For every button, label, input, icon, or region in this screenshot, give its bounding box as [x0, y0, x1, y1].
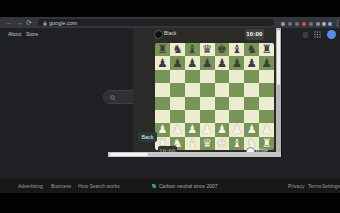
piece-black-pawn[interactable]: ♟	[261, 57, 271, 70]
settings-link[interactable]: Settings	[322, 183, 340, 189]
square-e4[interactable]	[215, 97, 230, 110]
square-b4[interactable]	[170, 97, 185, 110]
piece-black-knight[interactable]: ♞	[247, 43, 257, 56]
square-c5[interactable]	[185, 83, 200, 96]
square-f4[interactable]	[229, 97, 244, 110]
square-g2[interactable]: ♟	[244, 123, 259, 136]
square-b8[interactable]: ♞	[170, 43, 185, 56]
extensions-puzzle-icon[interactable]	[309, 22, 313, 26]
square-b3[interactable]	[170, 110, 185, 123]
bookmarks-icon[interactable]	[316, 22, 320, 26]
piece-white-pawn[interactable]: ♟	[217, 123, 227, 136]
square-h6[interactable]	[259, 70, 274, 83]
black-player-name: Black	[164, 30, 176, 37]
square-d3[interactable]	[200, 110, 215, 123]
piece-white-pawn[interactable]: ♟	[232, 123, 242, 136]
square-a5[interactable]	[155, 83, 170, 96]
profile-icon[interactable]	[322, 22, 326, 26]
square-e5[interactable]	[215, 83, 230, 96]
square-g3[interactable]	[244, 110, 259, 123]
piece-black-pawn[interactable]: ♟	[187, 57, 197, 70]
terms-link[interactable]: Terms	[308, 183, 322, 189]
piece-black-queen[interactable]: ♛	[202, 43, 212, 56]
square-h3[interactable]	[259, 110, 274, 123]
forward-icon[interactable]: →	[16, 17, 23, 28]
square-d6[interactable]	[200, 70, 215, 83]
vertical-scrollbar[interactable]	[276, 28, 281, 152]
cast-icon[interactable]	[295, 22, 299, 26]
account-avatar[interactable]	[327, 30, 336, 39]
piece-black-pawn[interactable]: ♟	[157, 57, 167, 70]
square-a7[interactable]: ♟	[155, 56, 170, 69]
piece-black-knight[interactable]: ♞	[172, 43, 182, 56]
square-d4[interactable]	[200, 97, 215, 110]
piece-black-bishop[interactable]: ♝	[232, 43, 242, 56]
square-c2[interactable]: ♟	[185, 123, 200, 136]
leaf-icon	[152, 184, 156, 188]
piece-white-king[interactable]: ♚	[217, 137, 227, 150]
piece-black-pawn[interactable]: ♟	[202, 57, 212, 70]
square-d7[interactable]: ♟	[200, 56, 215, 69]
reload-icon[interactable]: ⟳	[26, 17, 32, 28]
sync-status-icon[interactable]	[328, 22, 332, 26]
square-d1[interactable]: ♛	[200, 137, 215, 150]
piece-white-pawn[interactable]: ♟	[261, 123, 271, 136]
page-footer: Advertising Business How Search works Ca…	[0, 178, 340, 193]
square-f2[interactable]: ♟	[229, 123, 244, 136]
square-e7[interactable]: ♟	[215, 56, 230, 69]
apps-grid-icon[interactable]	[314, 31, 321, 38]
piece-white-pawn[interactable]: ♟	[187, 123, 197, 136]
square-h2[interactable]: ♟	[259, 123, 274, 136]
square-e1[interactable]: ♚	[215, 137, 230, 150]
piece-white-bishop[interactable]: ♝	[187, 137, 197, 150]
square-e8[interactable]: ♚	[215, 43, 230, 56]
square-f3[interactable]	[229, 110, 244, 123]
square-g5[interactable]	[244, 83, 259, 96]
piece-white-pawn[interactable]: ♟	[202, 123, 212, 136]
square-a8[interactable]: ♜	[155, 43, 170, 56]
menu-icon[interactable]: ⋮	[334, 17, 340, 28]
square-b2[interactable]: ♟	[170, 123, 185, 136]
piece-black-rook[interactable]: ♜	[261, 43, 271, 56]
square-c6[interactable]	[185, 70, 200, 83]
piece-white-pawn[interactable]: ♟	[157, 123, 167, 136]
square-d5[interactable]	[200, 83, 215, 96]
letterbox-top	[0, 0, 340, 17]
business-link[interactable]: Business	[51, 183, 71, 189]
square-g4[interactable]	[244, 97, 259, 110]
square-f8[interactable]: ♝	[229, 43, 244, 56]
square-d8[interactable]: ♛	[200, 43, 215, 56]
piece-black-pawn[interactable]: ♟	[172, 57, 182, 70]
square-g8[interactable]: ♞	[244, 43, 259, 56]
square-a2[interactable]: ♟	[155, 123, 170, 136]
advertising-link[interactable]: Advertising	[18, 183, 43, 189]
vertical-scrollbar-thumb[interactable]	[277, 30, 280, 85]
piece-black-king[interactable]: ♚	[217, 43, 227, 56]
square-d2[interactable]: ♟	[200, 123, 215, 136]
back-button[interactable]: Back	[138, 132, 157, 142]
about-link[interactable]: About	[8, 31, 21, 37]
square-h4[interactable]	[259, 97, 274, 110]
back-icon[interactable]: ←	[6, 17, 13, 28]
square-c1[interactable]: ♝	[185, 137, 200, 150]
square-b5[interactable]	[170, 83, 185, 96]
piece-black-bishop[interactable]: ♝	[187, 43, 197, 56]
piece-white-pawn[interactable]: ♟	[247, 123, 257, 136]
piece-black-pawn[interactable]: ♟	[247, 57, 257, 70]
square-h7[interactable]: ♟	[259, 56, 274, 69]
piece-white-queen[interactable]: ♛	[202, 137, 212, 150]
black-player-clock: 10:00	[245, 29, 264, 40]
horizontal-scrollbar[interactable]	[108, 152, 281, 157]
privacy-link[interactable]: Privacy	[288, 183, 304, 189]
square-e6[interactable]	[215, 70, 230, 83]
chess-board: ♜♞♝♛♚♝♞♜♟♟♟♟♟♟♟♟♟♟♟♟♟♟♟♟♜♞♝♛♚♝♞♜	[155, 43, 274, 150]
square-a4[interactable]	[155, 97, 170, 110]
extension-icon[interactable]	[281, 22, 285, 26]
square-c7[interactable]: ♟	[185, 56, 200, 69]
square-b6[interactable]	[170, 70, 185, 83]
chess-game-window: Black 10:00 ♜♞♝♛♚♝♞♜♟♟♟♟♟♟♟♟♟♟♟♟♟♟♟♟♜♞♝♛…	[108, 28, 282, 157]
horizontal-scrollbar-thumb[interactable]	[110, 153, 148, 157]
square-a3[interactable]	[155, 110, 170, 123]
piece-black-pawn[interactable]: ♟	[217, 57, 227, 70]
downloads-icon[interactable]	[288, 22, 292, 26]
carbon-neutral-link[interactable]: Carbon neutral since 2007	[159, 183, 218, 189]
piece-black-pawn[interactable]: ♟	[232, 57, 242, 70]
square-c8[interactable]: ♝	[185, 43, 200, 56]
square-e2[interactable]: ♟	[215, 123, 230, 136]
square-b7[interactable]: ♟	[170, 56, 185, 69]
piece-white-bishop[interactable]: ♝	[232, 137, 242, 150]
square-h8[interactable]: ♜	[259, 43, 274, 56]
store-link[interactable]: Store	[26, 31, 38, 37]
square-f1[interactable]: ♝	[229, 137, 244, 150]
how-search-works-link[interactable]: How Search works	[78, 183, 120, 189]
square-c3[interactable]	[185, 110, 200, 123]
piece-white-pawn[interactable]: ♟	[172, 123, 182, 136]
square-h5[interactable]	[259, 83, 274, 96]
square-g7[interactable]: ♟	[244, 56, 259, 69]
letterbox-bottom	[0, 193, 340, 213]
square-e3[interactable]	[215, 110, 230, 123]
square-f7[interactable]: ♟	[229, 56, 244, 69]
screenshot-root: { "browser": { "back_icon": "←", "forwar…	[0, 0, 340, 213]
black-player-avatar	[154, 30, 163, 39]
labs-icon[interactable]	[303, 32, 308, 38]
square-g6[interactable]	[244, 70, 259, 83]
piece-black-rook[interactable]: ♜	[157, 43, 167, 56]
lock-icon	[43, 21, 47, 26]
url-text: google.com	[49, 20, 77, 27]
square-c4[interactable]	[185, 97, 200, 110]
square-f6[interactable]	[229, 70, 244, 83]
record-indicator-icon[interactable]	[302, 22, 306, 26]
square-a6[interactable]	[155, 70, 170, 83]
square-f5[interactable]	[229, 83, 244, 96]
